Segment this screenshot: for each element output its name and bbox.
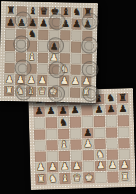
black-pawn-d7: ♟ bbox=[39, 18, 48, 28]
white-pawn-b2: ♟ bbox=[16, 75, 25, 85]
black-rook-a8: ♜ bbox=[6, 6, 15, 16]
white-bishop-c1: ♝ bbox=[27, 86, 36, 96]
white-bishop-c4: ♝ bbox=[27, 52, 36, 62]
black-rook-h8: ♜ bbox=[83, 8, 92, 18]
cancelled-sheet-square-f6 bbox=[60, 30, 70, 41]
white-pawn-g2: ♟ bbox=[71, 76, 80, 86]
mint-sheet-square-b2: ♟ bbox=[47, 162, 58, 172]
mint-sheet-square-f3: ♞ bbox=[95, 150, 106, 160]
black-knight-c6: ♞ bbox=[28, 29, 37, 39]
black-king-e8: ♚ bbox=[50, 7, 59, 17]
cancelled-sheet-square-b3 bbox=[15, 63, 25, 74]
white-bishop-c4: ♝ bbox=[60, 139, 69, 149]
mint-sheet-square-b1: ♞ bbox=[47, 173, 58, 183]
cancelled-sheet-square-f1 bbox=[59, 87, 69, 98]
mint-sheet-square-h1: ♜ bbox=[119, 171, 130, 181]
black-pawn-g7: ♟ bbox=[72, 19, 81, 29]
cancelled-sheet-square-d2: ♟ bbox=[37, 75, 47, 86]
cancelled-sheet-square-c4: ♝ bbox=[27, 52, 37, 63]
cancelled-sheet-square-b8 bbox=[17, 6, 27, 17]
white-rook-a1: ♜ bbox=[37, 174, 46, 184]
mint-sheet-square-g6 bbox=[106, 116, 117, 126]
mint-sheet-square-g1 bbox=[107, 172, 118, 182]
mint-sheet-square-d3 bbox=[71, 150, 82, 160]
mint-sheet-square-d5 bbox=[70, 128, 81, 138]
black-queen-d8: ♛ bbox=[39, 7, 48, 17]
mint-sheet-square-h3 bbox=[119, 149, 130, 159]
black-pawn-a7: ♟ bbox=[35, 107, 44, 117]
mint-sheet-square-e5: ♟ bbox=[82, 128, 93, 138]
cancelled-sheet-square-b6 bbox=[16, 29, 26, 40]
white-knight-b1: ♞ bbox=[16, 86, 25, 96]
cancelled-sheet-square-h1: ♜ bbox=[81, 87, 91, 98]
cancelled-sheet-square-g7: ♟ bbox=[71, 19, 81, 30]
black-pawn-b7: ♟ bbox=[17, 18, 26, 28]
mint-sheet-square-f4 bbox=[94, 139, 105, 149]
mint-sheet-square-g3 bbox=[107, 149, 118, 159]
white-pawn-c2: ♟ bbox=[60, 162, 69, 172]
mint-sheet-square-g5 bbox=[106, 127, 117, 137]
white-rook-h1: ♜ bbox=[120, 171, 129, 181]
white-knight-b1: ♞ bbox=[49, 173, 58, 183]
black-pawn-c7: ♟ bbox=[28, 18, 37, 28]
black-pawn-b7: ♟ bbox=[47, 106, 56, 116]
cancelled-sheet-square-c8: ♝ bbox=[28, 7, 38, 18]
cancelled-sheet-square-h7: ♟ bbox=[82, 19, 92, 30]
black-pawn-d7: ♟ bbox=[71, 106, 80, 116]
cancelled-sheet-square-g3 bbox=[70, 64, 80, 75]
photo-two-chess-stamp-sheets: ♜♝♛♚♝♞♜♟♟♟♟♟♟♟♞♟♝♟♞♟♟♟♟♟♟♟♜♞♝♛♚♜ ♜♝♛♚♝♞♜… bbox=[0, 0, 136, 194]
cancelled-sheet-square-c7: ♟ bbox=[27, 18, 37, 29]
cancelled-sheet-square-c6: ♞ bbox=[27, 29, 37, 40]
chessboard-cancelled: ♜♝♛♚♝♞♜♟♟♟♟♟♟♟♞♟♝♟♞♟♟♟♟♟♟♟♜♞♝♛♚♜ bbox=[4, 6, 93, 98]
mint-sheet-square-f5 bbox=[94, 127, 105, 137]
white-pawn-h2: ♟ bbox=[82, 76, 91, 86]
cancelled-sheet-square-e5: ♟ bbox=[49, 41, 59, 52]
chessboard-mint: ♜♝♛♚♝♞♜♟♟♟♟♟♟♟♞♟♝♟♞♟♟♟♟♟♟♟♜♞♝♛♚♜ bbox=[33, 93, 130, 184]
white-pawn-b2: ♟ bbox=[48, 162, 57, 172]
black-rook-h8: ♜ bbox=[118, 93, 127, 103]
cancelled-sheet-square-h4 bbox=[82, 53, 92, 64]
black-pawn-e5: ♟ bbox=[83, 128, 92, 138]
black-pawn-h7: ♟ bbox=[119, 104, 128, 114]
cancelled-sheet-square-a7: ♟ bbox=[5, 17, 15, 28]
cancelled-sheet-square-h2: ♟ bbox=[81, 76, 91, 87]
white-pawn-a2: ♟ bbox=[5, 74, 14, 84]
mint-sheet-square-a6 bbox=[34, 118, 45, 128]
black-pawn-g7: ♟ bbox=[107, 105, 116, 115]
black-bishop-c8: ♝ bbox=[28, 6, 37, 16]
cancelled-sheet-square-e3 bbox=[48, 64, 58, 75]
cancelled-sheet-square-e6 bbox=[49, 30, 59, 41]
cancelled-sheet-square-c1: ♝ bbox=[26, 86, 36, 97]
white-knight-f3: ♞ bbox=[96, 150, 105, 160]
cancelled-sheet-square-d7: ♟ bbox=[38, 18, 48, 29]
cancelled-sheet-square-f7: ♟ bbox=[60, 19, 70, 30]
black-pawn-a7: ♟ bbox=[6, 17, 15, 27]
mint-sheet-square-f6 bbox=[94, 116, 105, 126]
cancelled-sheet-square-g2: ♟ bbox=[70, 76, 80, 87]
cancelled-sheet-square-a1: ♜ bbox=[4, 86, 14, 97]
cancelled-sheet-square-f2: ♟ bbox=[59, 76, 69, 87]
mint-sheet-square-d1: ♛ bbox=[71, 173, 82, 183]
cancelled-sheet-square-f4 bbox=[60, 53, 70, 64]
mint-sheet-square-d7: ♟ bbox=[69, 106, 80, 116]
mint-stamp-sheet: ♜♝♛♚♝♞♜♟♟♟♟♟♟♟♞♟♝♟♞♟♟♟♟♟♟♟♜♞♝♛♚♜ bbox=[28, 88, 136, 189]
mint-sheet-square-a7: ♟ bbox=[33, 107, 44, 117]
mint-sheet-square-b4 bbox=[46, 140, 57, 150]
mint-sheet-square-a2: ♟ bbox=[35, 163, 46, 173]
cancelled-sheet-square-f3: ♞ bbox=[59, 64, 69, 75]
black-pawn-f7: ♟ bbox=[61, 19, 70, 29]
mint-sheet-square-d6 bbox=[70, 117, 81, 127]
mint-sheet-square-h7: ♟ bbox=[117, 104, 128, 114]
mint-sheet-square-h6 bbox=[118, 116, 129, 126]
cancelled-sheet-square-d3 bbox=[37, 64, 47, 75]
white-rook-a1: ♜ bbox=[5, 86, 14, 96]
white-king-e1: ♚ bbox=[49, 87, 58, 97]
white-pawn-d2: ♟ bbox=[72, 161, 81, 171]
white-knight-f3: ♞ bbox=[60, 64, 69, 74]
mint-sheet-square-e1: ♚ bbox=[83, 172, 94, 182]
mint-sheet-square-b7: ♟ bbox=[45, 106, 56, 116]
cancelled-sheet-square-d8: ♛ bbox=[39, 7, 49, 18]
mint-sheet-square-h4 bbox=[118, 138, 129, 148]
cancelled-sheet-square-c2: ♟ bbox=[26, 75, 36, 86]
cancelled-sheet-square-d4 bbox=[38, 52, 48, 63]
mint-sheet-square-c1: ♝ bbox=[59, 173, 70, 183]
mint-sheet-square-g8: ♞ bbox=[105, 94, 116, 104]
cancelled-sheet-square-g4 bbox=[71, 53, 81, 64]
mint-sheet-square-c6: ♞ bbox=[58, 117, 69, 127]
cancelled-sheet-square-h8: ♜ bbox=[83, 8, 93, 19]
white-queen-d1: ♛ bbox=[38, 86, 47, 96]
cancelled-sheet-square-a3 bbox=[4, 63, 14, 74]
mint-sheet-square-f7: ♟ bbox=[93, 105, 104, 115]
white-queen-d1: ♛ bbox=[72, 173, 81, 183]
cancelled-sheet-square-f5 bbox=[60, 41, 70, 52]
cancelled-sheet-square-b2: ♟ bbox=[15, 75, 25, 86]
white-pawn-c2: ♟ bbox=[27, 75, 36, 85]
white-bishop-c1: ♝ bbox=[60, 173, 69, 183]
mint-sheet-square-a1: ♜ bbox=[35, 174, 46, 184]
white-rook-h1: ♜ bbox=[82, 87, 91, 97]
cancelled-sheet-square-e4: ♟ bbox=[49, 53, 59, 64]
cancelled-sheet-square-c3 bbox=[26, 64, 36, 75]
cancelled-sheet-square-e2 bbox=[48, 75, 58, 86]
cancelled-sheet-square-d1: ♛ bbox=[37, 87, 47, 98]
cancelled-sheet-square-a4 bbox=[5, 52, 15, 63]
mint-sheet-square-b3 bbox=[47, 151, 58, 161]
cancelled-sheet-square-d5 bbox=[38, 41, 48, 52]
mint-sheet-square-b6 bbox=[46, 118, 57, 128]
white-pawn-f2: ♟ bbox=[60, 75, 69, 85]
mint-sheet-square-e3 bbox=[83, 150, 94, 160]
cancelled-sheet-square-h3 bbox=[81, 65, 91, 76]
mint-sheet-square-e7 bbox=[81, 105, 92, 115]
cancelled-sheet-square-b1: ♞ bbox=[15, 86, 25, 97]
white-pawn-e4: ♟ bbox=[84, 139, 93, 149]
mint-sheet-square-a3 bbox=[35, 151, 46, 161]
black-pawn-e5: ♟ bbox=[50, 41, 59, 51]
cancelled-sheet-square-e1: ♚ bbox=[48, 87, 58, 98]
cancelled-sheet-square-g1 bbox=[70, 87, 80, 98]
mint-sheet-square-f2: ♟ bbox=[95, 161, 106, 171]
mint-sheet-square-h8: ♜ bbox=[117, 93, 128, 103]
mint-sheet-square-g4 bbox=[106, 138, 117, 148]
cancelled-sheet-square-h5 bbox=[82, 42, 92, 53]
cancelled-sheet-square-a6 bbox=[5, 29, 15, 40]
white-king-e1: ♚ bbox=[84, 172, 93, 182]
mint-sheet-square-a5 bbox=[34, 129, 45, 139]
mint-sheet-square-g7: ♟ bbox=[105, 105, 116, 115]
black-pawn-c7: ♟ bbox=[59, 106, 68, 116]
mint-sheet-square-g2: ♟ bbox=[107, 161, 118, 171]
mint-sheet-square-e4: ♟ bbox=[82, 139, 93, 149]
black-knight-g8: ♞ bbox=[72, 7, 81, 17]
mint-sheet-square-f1 bbox=[95, 172, 106, 182]
cancelled-sheet-square-b5 bbox=[16, 40, 26, 51]
cancelled-sheet-square-b7: ♟ bbox=[16, 18, 26, 29]
cancelled-sheet-square-b4 bbox=[16, 52, 26, 63]
black-knight-g8: ♞ bbox=[106, 93, 115, 103]
white-pawn-d2: ♟ bbox=[38, 75, 47, 85]
cancelled-sheet-square-a8: ♜ bbox=[6, 6, 16, 17]
cancelled-sheet-square-a5 bbox=[5, 40, 15, 51]
mint-sheet-square-c3 bbox=[59, 151, 70, 161]
cancelled-sheet-square-g6 bbox=[71, 30, 81, 41]
mint-sheet-square-a4 bbox=[34, 140, 45, 150]
cancelled-sheet-square-h6 bbox=[82, 30, 92, 41]
white-pawn-g2: ♟ bbox=[108, 160, 117, 170]
mint-sheet-square-d2: ♟ bbox=[71, 162, 82, 172]
mint-sheet-square-e2 bbox=[83, 161, 94, 171]
black-pawn-h7: ♟ bbox=[83, 19, 92, 29]
cancelled-sheet-square-g5 bbox=[71, 42, 81, 53]
cancelled-sheet-square-e8: ♚ bbox=[50, 7, 60, 18]
cancelled-sheet-square-a2: ♟ bbox=[4, 74, 14, 85]
mint-sheet-square-c5 bbox=[58, 128, 69, 138]
black-pawn-f7: ♟ bbox=[95, 105, 104, 115]
white-pawn-f2: ♟ bbox=[96, 161, 105, 171]
white-pawn-a2: ♟ bbox=[36, 162, 45, 172]
mint-sheet-square-b5 bbox=[46, 129, 57, 139]
black-knight-c6: ♞ bbox=[59, 117, 68, 127]
mint-sheet-square-h5 bbox=[118, 127, 129, 137]
mint-sheet-square-c7: ♟ bbox=[57, 106, 68, 116]
cancelled-sheet-square-g8: ♞ bbox=[72, 7, 82, 18]
mint-sheet-square-h2: ♟ bbox=[119, 160, 130, 170]
mint-sheet-square-e6 bbox=[82, 117, 93, 127]
mint-sheet-square-d4 bbox=[70, 139, 81, 149]
white-pawn-e4: ♟ bbox=[49, 52, 58, 62]
black-bishop-f8: ♝ bbox=[61, 7, 70, 17]
mint-sheet-square-c4: ♝ bbox=[58, 140, 69, 150]
cancelled-sheet-square-f8: ♝ bbox=[61, 7, 71, 18]
white-pawn-h2: ♟ bbox=[120, 160, 129, 170]
mint-sheet-square-c2: ♟ bbox=[59, 162, 70, 172]
cancelled-sheet-square-e7 bbox=[49, 18, 59, 29]
cancelled-sheet-square-c5 bbox=[27, 41, 37, 52]
cancelled-stamp-sheet: ♜♝♛♚♝♞♜♟♟♟♟♟♟♟♞♟♝♟♞♟♟♟♟♟♟♟♜♞♝♛♚♜ bbox=[0, 1, 98, 103]
cancelled-sheet-square-d6 bbox=[38, 30, 48, 41]
